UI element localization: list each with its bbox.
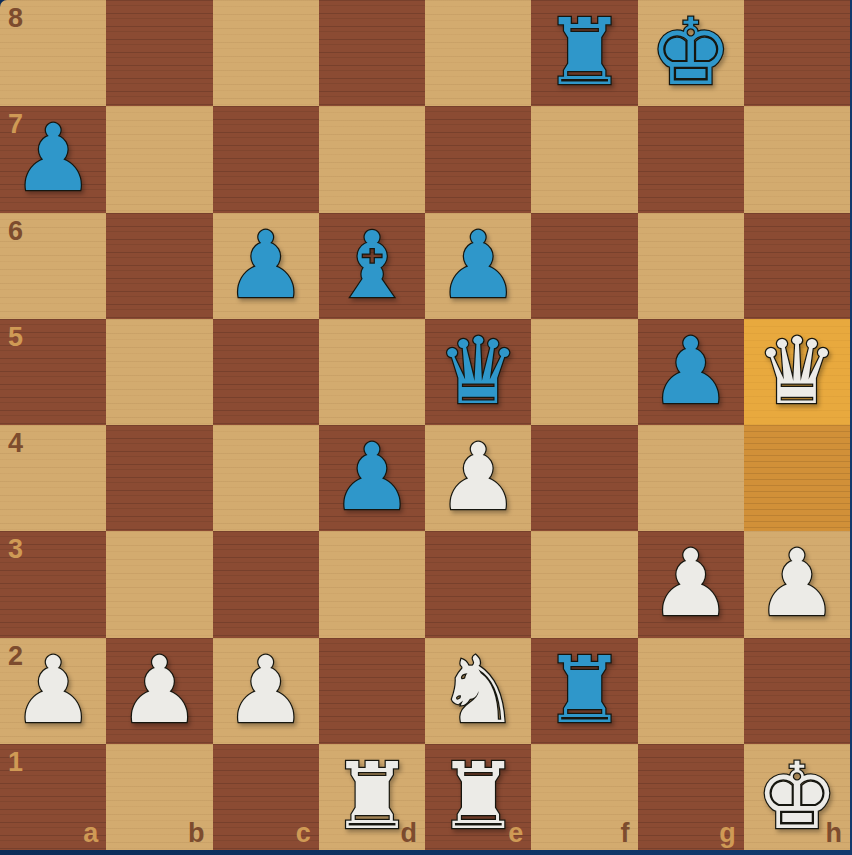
square-h1[interactable]: h♚ (744, 744, 850, 850)
piece-blue-pawn-d4[interactable]: ♟ (319, 425, 425, 531)
square-h5[interactable]: ♛ (744, 319, 850, 425)
piece-white-pawn-e4[interactable]: ♟ (425, 425, 531, 531)
square-f7[interactable] (531, 106, 637, 212)
square-e7[interactable] (425, 106, 531, 212)
piece-white-pawn-b2[interactable]: ♟ (106, 638, 212, 744)
file-label-g: g (719, 820, 736, 847)
square-b3[interactable] (106, 531, 212, 637)
square-d5[interactable] (319, 319, 425, 425)
square-f3[interactable] (531, 531, 637, 637)
file-label-a: a (83, 820, 98, 847)
chess-board[interactable]: 8♜♚7♟6♟♝♟5♛♟♛4♟♟3♟♟2♟♟♟♞♜1abcd♜e♜fgh♚ (0, 0, 850, 850)
square-g7[interactable] (638, 106, 744, 212)
square-d1[interactable]: d♜ (319, 744, 425, 850)
square-f5[interactable] (531, 319, 637, 425)
rank-label-3: 3 (8, 536, 23, 563)
piece-blue-rook-f8[interactable]: ♜ (531, 0, 637, 106)
square-f4[interactable] (531, 425, 637, 531)
piece-white-rook-e1[interactable]: ♜ (425, 744, 531, 850)
square-h8[interactable] (744, 0, 850, 106)
piece-white-king-h1[interactable]: ♚ (744, 744, 850, 850)
piece-blue-pawn-c6[interactable]: ♟ (213, 213, 319, 319)
rank-label-4: 4 (8, 430, 23, 457)
square-c5[interactable] (213, 319, 319, 425)
rank-label-5: 5 (8, 324, 23, 351)
square-g3[interactable]: ♟ (638, 531, 744, 637)
square-h3[interactable]: ♟ (744, 531, 850, 637)
square-f1[interactable]: f (531, 744, 637, 850)
square-b4[interactable] (106, 425, 212, 531)
square-e6[interactable]: ♟ (425, 213, 531, 319)
square-a2[interactable]: 2♟ (0, 638, 106, 744)
square-e2[interactable]: ♞ (425, 638, 531, 744)
square-h7[interactable] (744, 106, 850, 212)
rank-label-1: 1 (8, 749, 23, 776)
square-c7[interactable] (213, 106, 319, 212)
square-a3[interactable]: 3 (0, 531, 106, 637)
square-d4[interactable]: ♟ (319, 425, 425, 531)
square-b5[interactable] (106, 319, 212, 425)
piece-blue-rook-f2[interactable]: ♜ (531, 638, 637, 744)
square-f8[interactable]: ♜ (531, 0, 637, 106)
square-c2[interactable]: ♟ (213, 638, 319, 744)
square-g2[interactable] (638, 638, 744, 744)
piece-blue-pawn-g5[interactable]: ♟ (638, 319, 744, 425)
piece-white-rook-d1[interactable]: ♜ (319, 744, 425, 850)
piece-white-queen-h5[interactable]: ♛ (744, 319, 850, 425)
square-g8[interactable]: ♚ (638, 0, 744, 106)
piece-blue-pawn-e6[interactable]: ♟ (425, 213, 531, 319)
rank-label-6: 6 (8, 218, 23, 245)
square-g4[interactable] (638, 425, 744, 531)
square-c4[interactable] (213, 425, 319, 531)
square-g5[interactable]: ♟ (638, 319, 744, 425)
piece-white-pawn-g3[interactable]: ♟ (638, 531, 744, 637)
square-c6[interactable]: ♟ (213, 213, 319, 319)
square-d7[interactable] (319, 106, 425, 212)
piece-blue-king-g8[interactable]: ♚ (638, 0, 744, 106)
square-c8[interactable] (213, 0, 319, 106)
file-label-c: c (296, 820, 311, 847)
square-c1[interactable]: c (213, 744, 319, 850)
square-e8[interactable] (425, 0, 531, 106)
square-e5[interactable]: ♛ (425, 319, 531, 425)
file-label-b: b (188, 820, 205, 847)
square-d6[interactable]: ♝ (319, 213, 425, 319)
square-b8[interactable] (106, 0, 212, 106)
square-b1[interactable]: b (106, 744, 212, 850)
square-f6[interactable] (531, 213, 637, 319)
piece-white-pawn-a2[interactable]: ♟ (0, 638, 106, 744)
square-a8[interactable]: 8 (0, 0, 106, 106)
piece-blue-bishop-d6[interactable]: ♝ (319, 213, 425, 319)
rank-label-8: 8 (8, 5, 23, 32)
square-g6[interactable] (638, 213, 744, 319)
square-a7[interactable]: 7♟ (0, 106, 106, 212)
square-d2[interactable] (319, 638, 425, 744)
square-a5[interactable]: 5 (0, 319, 106, 425)
file-label-f: f (621, 820, 630, 847)
piece-white-knight-e2[interactable]: ♞ (425, 638, 531, 744)
square-g1[interactable]: g (638, 744, 744, 850)
square-a1[interactable]: 1a (0, 744, 106, 850)
square-b2[interactable]: ♟ (106, 638, 212, 744)
square-d8[interactable] (319, 0, 425, 106)
square-b6[interactable] (106, 213, 212, 319)
piece-white-pawn-c2[interactable]: ♟ (213, 638, 319, 744)
square-h4[interactable] (744, 425, 850, 531)
piece-blue-queen-e5[interactable]: ♛ (425, 319, 531, 425)
square-a4[interactable]: 4 (0, 425, 106, 531)
square-a6[interactable]: 6 (0, 213, 106, 319)
square-f2[interactable]: ♜ (531, 638, 637, 744)
board-frame: 8♜♚7♟6♟♝♟5♛♟♛4♟♟3♟♟2♟♟♟♞♜1abcd♜e♜fgh♚ (0, 0, 852, 855)
square-d3[interactable] (319, 531, 425, 637)
square-c3[interactable] (213, 531, 319, 637)
square-h2[interactable] (744, 638, 850, 744)
square-e3[interactable] (425, 531, 531, 637)
piece-blue-pawn-a7[interactable]: ♟ (0, 106, 106, 212)
square-b7[interactable] (106, 106, 212, 212)
piece-white-pawn-h3[interactable]: ♟ (744, 531, 850, 637)
square-h6[interactable] (744, 213, 850, 319)
square-e1[interactable]: e♜ (425, 744, 531, 850)
square-e4[interactable]: ♟ (425, 425, 531, 531)
